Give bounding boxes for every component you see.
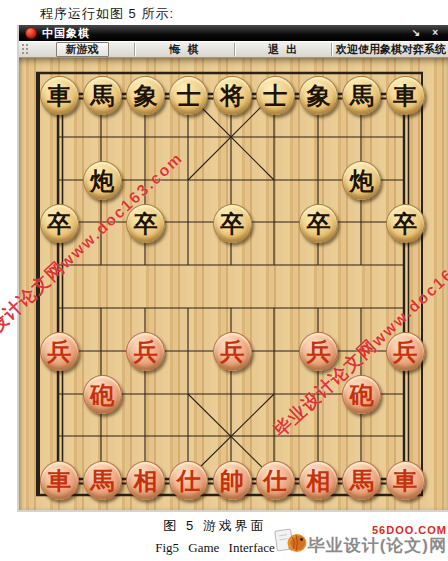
welcome-text: 欢迎使用象棋对弈系统	[336, 42, 446, 57]
window-title: 中国象棋	[42, 26, 406, 41]
piece-red-帥[interactable]: 帥	[213, 461, 252, 500]
piece-black-卒[interactable]: 卒	[40, 204, 79, 243]
piece-black-士[interactable]: 士	[169, 76, 208, 115]
undo-move-button[interactable]: 悔 棋	[169, 42, 200, 57]
piece-red-兵[interactable]: 兵	[213, 332, 252, 371]
toolbar-separator	[331, 43, 333, 56]
piece-red-馬[interactable]: 馬	[83, 461, 122, 500]
board-grid	[19, 58, 448, 510]
intro-text: 程序运行如图 5 所示:	[40, 5, 174, 23]
piece-red-仕[interactable]: 仕	[169, 461, 208, 500]
piece-black-象[interactable]: 象	[126, 76, 165, 115]
piece-black-卒[interactable]: 卒	[386, 204, 425, 243]
xiangqi-window: 中国象棋 ↘ × 新游戏 悔 棋 退 出 欢迎使用象棋对弈系统	[17, 25, 448, 512]
new-game-button[interactable]: 新游戏	[56, 42, 109, 57]
logo-domain-text: 56DOO.COM	[372, 525, 447, 536]
window-titlebar[interactable]: 中国象棋 ↘ ×	[19, 25, 448, 41]
piece-black-将[interactable]: 将	[213, 76, 252, 115]
piece-red-兵[interactable]: 兵	[386, 332, 425, 371]
piece-red-車[interactable]: 車	[40, 461, 79, 500]
piece-black-卒[interactable]: 卒	[299, 204, 338, 243]
piece-red-相[interactable]: 相	[126, 461, 165, 500]
screen: 程序运行如图 5 所示: 中国象棋 ↘ × 新游戏 悔 棋 退 出 欢迎使用象棋…	[0, 0, 448, 561]
exit-button[interactable]: 退 出	[268, 42, 299, 57]
app-icon	[25, 27, 37, 39]
logo-site-text: 毕业设计(论文)网	[308, 537, 447, 554]
toolbar-grip-handle[interactable]	[21, 43, 30, 56]
piece-black-炮[interactable]: 炮	[83, 161, 122, 200]
piece-black-卒[interactable]: 卒	[213, 204, 252, 243]
piece-black-車[interactable]: 車	[40, 76, 79, 115]
xiangqi-board[interactable]: 車馬象士将士象馬車炮炮卒卒卒卒卒兵兵兵兵兵砲砲車馬相仕帥仕相馬車	[19, 58, 448, 510]
toolbar: 新游戏 悔 棋 退 出 欢迎使用象棋对弈系统	[19, 41, 448, 58]
piece-red-車[interactable]: 車	[386, 461, 425, 500]
piece-black-士[interactable]: 士	[256, 76, 295, 115]
piece-red-砲[interactable]: 砲	[83, 375, 122, 414]
piece-black-馬[interactable]: 馬	[83, 76, 122, 115]
piece-red-仕[interactable]: 仕	[256, 461, 295, 500]
close-icon[interactable]: ×	[426, 26, 444, 40]
piece-red-兵[interactable]: 兵	[40, 332, 79, 371]
piece-black-車[interactable]: 車	[386, 76, 425, 115]
resize-icon[interactable]: ↘	[406, 26, 426, 40]
piece-red-相[interactable]: 相	[299, 461, 338, 500]
piece-black-象[interactable]: 象	[299, 76, 338, 115]
site-logo[interactable]: 56DOO.COM 毕业设计(论文)网	[274, 524, 447, 554]
piece-black-馬[interactable]: 馬	[342, 76, 381, 115]
piece-black-卒[interactable]: 卒	[126, 204, 165, 243]
fish-logo-icon	[274, 524, 308, 554]
piece-red-馬[interactable]: 馬	[342, 461, 381, 500]
